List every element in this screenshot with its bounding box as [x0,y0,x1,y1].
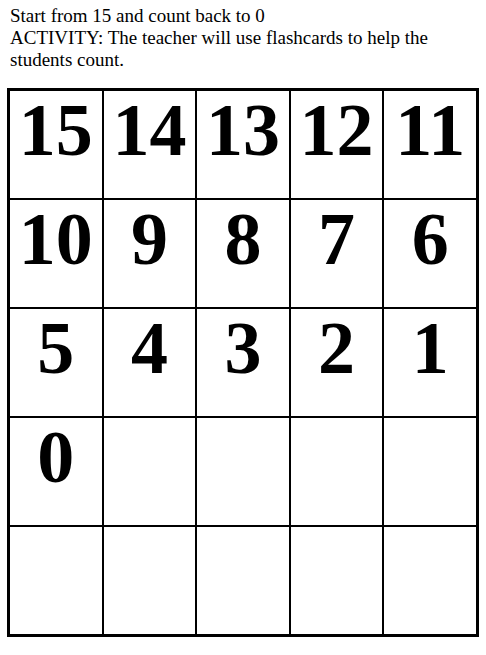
cell-2-1: 4 [103,308,197,417]
cell-4-2 [196,526,290,635]
cell-1-2: 8 [196,199,290,308]
cell-4-1 [103,526,197,635]
cell-2-4: 1 [383,308,477,417]
cell-3-3 [290,417,384,526]
cell-4-0 [9,526,103,635]
cell-1-3: 7 [290,199,384,308]
cell-3-2 [196,417,290,526]
flashcard-grid: 15 14 13 12 11 10 9 8 7 6 5 4 3 2 1 0 [9,90,477,635]
cell-1-4: 6 [383,199,477,308]
cell-2-3: 2 [290,308,384,417]
cell-2-0: 5 [9,308,103,417]
worksheet-page: Start from 15 and count back to 0 ACTIVI… [0,0,486,655]
cell-0-1: 14 [103,90,197,199]
cell-4-3 [290,526,384,635]
cell-0-0: 15 [9,90,103,199]
flashcard-grid-border: 15 14 13 12 11 10 9 8 7 6 5 4 3 2 1 0 [7,88,479,637]
cell-3-0: 0 [9,417,103,526]
instruction-line-2: ACTIVITY: The teacher will use flashcard… [10,27,428,49]
cell-4-4 [383,526,477,635]
cell-3-1 [103,417,197,526]
cell-0-4: 11 [383,90,477,199]
instructions-block: Start from 15 and count back to 0 ACTIVI… [10,5,428,71]
instruction-line-3: students count. [10,49,428,71]
cell-0-2: 13 [196,90,290,199]
cell-1-1: 9 [103,199,197,308]
cell-1-0: 10 [9,199,103,308]
cell-0-3: 12 [290,90,384,199]
cell-2-2: 3 [196,308,290,417]
cell-3-4 [383,417,477,526]
instruction-line-1: Start from 15 and count back to 0 [10,5,428,27]
